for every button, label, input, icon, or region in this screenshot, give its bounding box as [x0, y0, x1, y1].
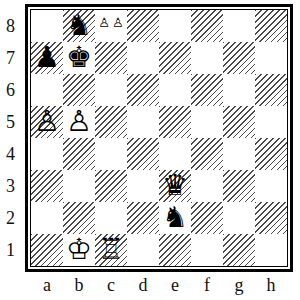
square-d3[interactable] [127, 170, 159, 202]
square-a6[interactable] [31, 74, 63, 106]
square-c8[interactable]: ♙♙ [95, 10, 127, 42]
square-a2[interactable] [31, 202, 63, 234]
square-g5[interactable] [223, 106, 255, 138]
square-g8[interactable] [223, 10, 255, 42]
file-label-b: b [63, 275, 95, 296]
file-label-h: h [255, 275, 287, 296]
square-g6[interactable] [223, 74, 255, 106]
square-a8[interactable] [31, 10, 63, 42]
square-g3[interactable] [223, 170, 255, 202]
rank-label-1: 1 [0, 234, 21, 266]
square-g4[interactable] [223, 138, 255, 170]
square-d8[interactable] [127, 10, 159, 42]
square-b3[interactable] [63, 170, 95, 202]
file-label-e: e [159, 275, 191, 296]
square-e3[interactable]: ♛ [159, 170, 191, 202]
square-f4[interactable] [191, 138, 223, 170]
square-b8[interactable]: ♞ [63, 10, 95, 42]
square-e2[interactable]: ♞ [159, 202, 191, 234]
square-e7[interactable] [159, 42, 191, 74]
black-pawn-icon: ♟ [34, 43, 60, 72]
square-d1[interactable] [127, 234, 159, 266]
square-h2[interactable] [255, 202, 287, 234]
square-e6[interactable] [159, 74, 191, 106]
black-knight-icon: ♞ [66, 11, 92, 40]
square-f5[interactable] [191, 106, 223, 138]
rank-label-4: 4 [0, 138, 21, 170]
white-pawn-icon: ♙ [34, 107, 60, 136]
square-b1[interactable]: ♔ [63, 234, 95, 266]
square-b4[interactable] [63, 138, 95, 170]
square-e5[interactable] [159, 106, 191, 138]
rank-label-5: 5 [0, 106, 21, 138]
white-pawn-icon: ♙ [66, 107, 92, 136]
square-f2[interactable] [191, 202, 223, 234]
square-c6[interactable] [95, 74, 127, 106]
file-label-f: f [191, 275, 223, 296]
square-a7[interactable]: ♟ [31, 42, 63, 74]
mini-white-pawn-pair: ♙♙ [98, 16, 123, 29]
black-knight-icon: ♞ [162, 203, 188, 232]
square-g7[interactable] [223, 42, 255, 74]
rank-label-7: 7 [0, 42, 21, 74]
rank-label-8: 8 [0, 10, 21, 42]
square-c7[interactable] [95, 42, 127, 74]
square-g1[interactable] [223, 234, 255, 266]
mini-white-pawn-icon: ♙ [112, 16, 124, 29]
square-h5[interactable] [255, 106, 287, 138]
rank-labels: 8 7 6 5 4 3 2 1 [0, 10, 21, 266]
file-label-a: a [31, 275, 63, 296]
square-d5[interactable] [127, 106, 159, 138]
square-a1[interactable] [31, 234, 63, 266]
square-f3[interactable] [191, 170, 223, 202]
mini-white-pawn-icon: ♙ [98, 16, 110, 29]
square-d2[interactable] [127, 202, 159, 234]
white-rook-icon: ♖ [98, 235, 124, 264]
square-b2[interactable] [63, 202, 95, 234]
file-label-c: c [95, 275, 127, 296]
square-c2[interactable] [95, 202, 127, 234]
board-frame: ♞♙♙♟♚♙♙♛♞♔♖ [25, 4, 293, 272]
file-labels: a b c d e f g h [31, 275, 287, 296]
file-label-g: g [223, 275, 255, 296]
square-h6[interactable] [255, 74, 287, 106]
rank-label-6: 6 [0, 74, 21, 106]
square-e8[interactable] [159, 10, 191, 42]
square-b6[interactable] [63, 74, 95, 106]
square-g2[interactable] [223, 202, 255, 234]
square-h1[interactable] [255, 234, 287, 266]
black-king-icon: ♚ [66, 43, 92, 72]
square-c1[interactable]: ♖ [95, 234, 127, 266]
square-f1[interactable] [191, 234, 223, 266]
square-f7[interactable] [191, 42, 223, 74]
square-a3[interactable] [31, 170, 63, 202]
square-h4[interactable] [255, 138, 287, 170]
square-h7[interactable] [255, 42, 287, 74]
square-c4[interactable] [95, 138, 127, 170]
square-h3[interactable] [255, 170, 287, 202]
chess-board: ♞♙♙♟♚♙♙♛♞♔♖ [30, 9, 288, 267]
rank-label-3: 3 [0, 170, 21, 202]
square-e4[interactable] [159, 138, 191, 170]
square-d7[interactable] [127, 42, 159, 74]
square-c3[interactable] [95, 170, 127, 202]
black-queen-icon: ♛ [162, 171, 188, 200]
square-a5[interactable]: ♙ [31, 106, 63, 138]
chess-diagram: 8 7 6 5 4 3 2 1 ♞♙♙♟♚♙♙♛♞♔♖ a b c d e f … [0, 0, 300, 300]
square-b7[interactable]: ♚ [63, 42, 95, 74]
square-h8[interactable] [255, 10, 287, 42]
square-f8[interactable] [191, 10, 223, 42]
square-f6[interactable] [191, 74, 223, 106]
rank-label-2: 2 [0, 202, 21, 234]
square-b5[interactable]: ♙ [63, 106, 95, 138]
square-d6[interactable] [127, 74, 159, 106]
square-c5[interactable] [95, 106, 127, 138]
square-e1[interactable] [159, 234, 191, 266]
white-king-icon: ♔ [66, 235, 92, 264]
square-a4[interactable] [31, 138, 63, 170]
file-label-d: d [127, 275, 159, 296]
square-d4[interactable] [127, 138, 159, 170]
